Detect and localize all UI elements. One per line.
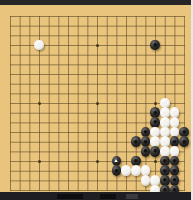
white-stone[interactable]: ● bbox=[121, 166, 131, 176]
white-stone-glyph: ● bbox=[141, 175, 151, 186]
black-stone[interactable]: ● bbox=[112, 166, 122, 176]
star-point-dot bbox=[96, 44, 99, 47]
taskbar-item[interactable] bbox=[57, 194, 83, 199]
black-stone-glyph: ● bbox=[141, 146, 151, 157]
black-stone[interactable]: ● bbox=[150, 147, 160, 157]
star-point bbox=[92, 40, 102, 50]
black-stone-glyph: ● bbox=[131, 136, 141, 147]
star-point-dot bbox=[38, 160, 41, 163]
star-point-dot bbox=[154, 102, 157, 105]
white-stone-glyph: ● bbox=[121, 165, 131, 176]
white-stone[interactable]: ● bbox=[170, 118, 180, 128]
white-stone[interactable]: ● bbox=[160, 118, 170, 128]
star-point bbox=[150, 156, 160, 166]
black-stone[interactable]: ●▲ bbox=[112, 156, 122, 166]
white-stone[interactable]: ● bbox=[170, 108, 180, 118]
black-stone[interactable]: ● bbox=[141, 147, 151, 157]
taskbar-item[interactable] bbox=[100, 194, 116, 199]
black-stone-glyph: ● bbox=[150, 146, 160, 157]
window-bottombar bbox=[0, 192, 193, 200]
black-stone[interactable]: ● bbox=[150, 40, 160, 50]
black-stone[interactable]: ● bbox=[141, 137, 151, 147]
star-point-dot bbox=[96, 102, 99, 105]
star-point bbox=[34, 156, 44, 166]
star-point bbox=[150, 98, 160, 108]
white-stone[interactable]: ● bbox=[170, 147, 180, 157]
black-stone-glyph: ● bbox=[150, 40, 160, 51]
last-move-triangle-marker: ▲ bbox=[113, 158, 118, 164]
white-stone[interactable]: ● bbox=[160, 108, 170, 118]
black-stone[interactable]: ● bbox=[170, 176, 180, 186]
board-intersections[interactable]: ●●●●●●●●●●●●●●●●●●●●●●●●●▲●●●●●●●●●●●●●●… bbox=[5, 11, 189, 195]
black-stone[interactable]: ● bbox=[170, 166, 180, 176]
star-point-dot bbox=[96, 160, 99, 163]
white-stone-glyph: ● bbox=[34, 40, 44, 51]
white-stone[interactable]: ● bbox=[141, 166, 151, 176]
star-point-dot bbox=[154, 160, 157, 163]
white-stone[interactable]: ● bbox=[150, 176, 160, 186]
star-point bbox=[92, 156, 102, 166]
white-stone[interactable]: ● bbox=[160, 147, 170, 157]
black-stone[interactable]: ● bbox=[170, 137, 180, 147]
black-stone[interactable]: ● bbox=[131, 156, 141, 166]
white-stone[interactable]: ● bbox=[131, 166, 141, 176]
white-stone[interactable]: ● bbox=[34, 40, 44, 50]
white-stone[interactable]: ● bbox=[150, 127, 160, 137]
black-stone[interactable]: ● bbox=[141, 127, 151, 137]
black-stone[interactable]: ● bbox=[150, 118, 160, 128]
white-stone-glyph: ● bbox=[131, 165, 141, 176]
white-stone[interactable]: ● bbox=[160, 137, 170, 147]
star-point-dot bbox=[38, 102, 41, 105]
go-board[interactable]: ●●●●●●●●●●●●●●●●●●●●●●●●●▲●●●●●●●●●●●●●●… bbox=[0, 5, 193, 192]
window-edge bbox=[191, 0, 193, 200]
star-point bbox=[92, 98, 102, 108]
white-stone[interactable]: ● bbox=[160, 98, 170, 108]
star-point bbox=[34, 98, 44, 108]
black-stone-glyph: ● bbox=[179, 136, 189, 147]
black-stone[interactable]: ● bbox=[179, 137, 189, 147]
black-stone[interactable]: ● bbox=[179, 127, 189, 137]
black-stone[interactable]: ● bbox=[131, 137, 141, 147]
black-stone[interactable]: ● bbox=[150, 108, 160, 118]
white-stone[interactable]: ● bbox=[150, 137, 160, 147]
black-stone[interactable]: ● bbox=[170, 156, 180, 166]
black-stone[interactable]: ● bbox=[160, 156, 170, 166]
black-stone[interactable]: ● bbox=[160, 176, 170, 186]
taskbar-item[interactable] bbox=[126, 194, 138, 199]
window-titlebar bbox=[0, 0, 193, 5]
black-stone[interactable]: ● bbox=[160, 166, 170, 176]
black-stone-glyph: ● bbox=[112, 165, 122, 176]
white-stone[interactable]: ● bbox=[160, 127, 170, 137]
white-stone[interactable]: ● bbox=[141, 176, 151, 186]
white-stone[interactable]: ● bbox=[170, 127, 180, 137]
